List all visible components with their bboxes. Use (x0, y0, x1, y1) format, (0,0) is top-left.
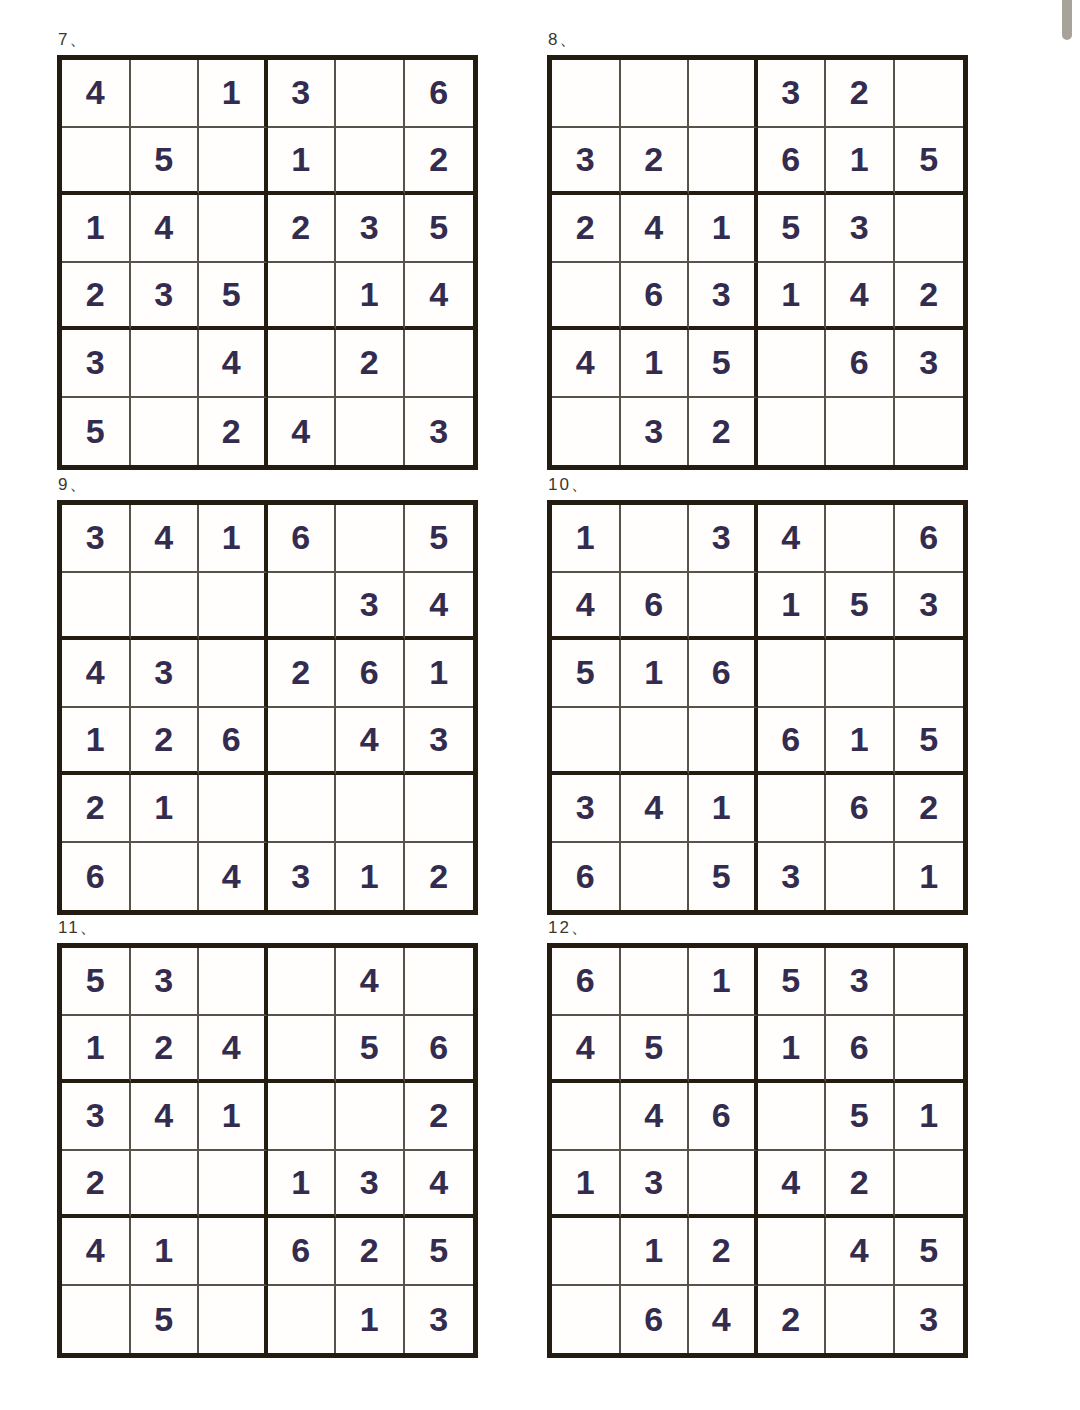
puzzle-11-cell-r2c2: 2 (131, 1016, 200, 1084)
puzzle-9-label: 9、 (58, 475, 478, 496)
puzzle-7-cell-r1c4: 3 (268, 60, 337, 128)
puzzle-12-cell-r4c2: 3 (621, 1151, 690, 1219)
puzzle-9-cell-r6c3: 4 (199, 843, 268, 911)
puzzle-7-cell-r3c5: 3 (336, 195, 405, 263)
puzzle-10-cell-r3c3: 6 (689, 640, 758, 708)
puzzle-8-cell-r2c4: 6 (758, 128, 827, 196)
puzzle-8-cell-r6c3: 2 (689, 398, 758, 466)
puzzle-12-cell-r3c2: 4 (621, 1083, 690, 1151)
puzzle-7: 7、 413651214235235143425243 (57, 30, 478, 470)
puzzle-11-cell-r5c5: 2 (336, 1218, 405, 1286)
puzzle-12-cell-r2c4: 1 (758, 1016, 827, 1084)
puzzle-11-cell-r4c1: 2 (62, 1151, 131, 1219)
puzzle-7-cell-r5c6 (405, 330, 474, 398)
puzzle-8-cell-r2c6: 5 (895, 128, 964, 196)
puzzle-7-cell-r5c2 (131, 330, 200, 398)
puzzle-7-cell-r2c3 (199, 128, 268, 196)
puzzle-11-cell-r2c5: 5 (336, 1016, 405, 1084)
puzzle-7-cell-r2c2: 5 (131, 128, 200, 196)
puzzle-11-cell-r3c4 (268, 1083, 337, 1151)
puzzle-11-cell-r5c3 (199, 1218, 268, 1286)
puzzle-10-cell-r2c6: 3 (895, 573, 964, 641)
puzzle-8-cell-r6c2: 3 (621, 398, 690, 466)
puzzle-9-cell-r6c2 (131, 843, 200, 911)
puzzle-12-cell-r5c5: 4 (826, 1218, 895, 1286)
puzzle-8-cell-r4c5: 4 (826, 263, 895, 331)
puzzle-7-cell-r3c6: 5 (405, 195, 474, 263)
puzzle-12-cell-r2c1: 4 (552, 1016, 621, 1084)
puzzle-10-cell-r4c2 (621, 708, 690, 776)
puzzle-12-cell-r2c2: 5 (621, 1016, 690, 1084)
puzzle-10-cell-r5c6: 2 (895, 775, 964, 843)
puzzle-7-cell-r1c1: 4 (62, 60, 131, 128)
puzzle-12-cell-r6c1 (552, 1286, 621, 1354)
puzzle-10-cell-r6c4: 3 (758, 843, 827, 911)
puzzle-10-cell-r1c2 (621, 505, 690, 573)
puzzle-12-cell-r2c5: 6 (826, 1016, 895, 1084)
puzzle-12-cell-r1c3: 1 (689, 948, 758, 1016)
puzzle-7-cell-r6c3: 2 (199, 398, 268, 466)
puzzle-7-cell-r2c6: 2 (405, 128, 474, 196)
puzzle-10-cell-r6c3: 5 (689, 843, 758, 911)
puzzle-8-label: 8、 (548, 30, 968, 51)
puzzle-10-cell-r5c2: 4 (621, 775, 690, 843)
puzzle-11: 11、 534124563412213441625513 (57, 918, 478, 1358)
puzzle-7-cell-r3c2: 4 (131, 195, 200, 263)
puzzle-12-cell-r1c4: 5 (758, 948, 827, 1016)
puzzle-10-cell-r5c5: 6 (826, 775, 895, 843)
puzzle-11-cell-r5c6: 5 (405, 1218, 474, 1286)
puzzle-10-cell-r3c4 (758, 640, 827, 708)
puzzle-9-cell-r5c4 (268, 775, 337, 843)
puzzle-10-cell-r4c5: 1 (826, 708, 895, 776)
puzzle-10: 10、 134646153516615341626531 (547, 475, 968, 915)
puzzle-12-cell-r3c4 (758, 1083, 827, 1151)
puzzle-8-cell-r5c6: 3 (895, 330, 964, 398)
puzzle-7-cell-r4c2: 3 (131, 263, 200, 331)
puzzle-8-cell-r4c4: 1 (758, 263, 827, 331)
puzzle-10-cell-r2c3 (689, 573, 758, 641)
puzzle-8-cell-r4c3: 3 (689, 263, 758, 331)
puzzle-12-cell-r6c5 (826, 1286, 895, 1354)
puzzle-7-cell-r3c3 (199, 195, 268, 263)
puzzle-11-cell-r4c6: 4 (405, 1151, 474, 1219)
puzzle-7-cell-r1c3: 1 (199, 60, 268, 128)
puzzle-9-cell-r1c4: 6 (268, 505, 337, 573)
puzzle-10-board: 134646153516615341626531 (547, 500, 968, 915)
puzzle-12-cell-r5c2: 1 (621, 1218, 690, 1286)
puzzle-10-cell-r6c1: 6 (552, 843, 621, 911)
puzzle-7-cell-r4c3: 5 (199, 263, 268, 331)
puzzle-11-cell-r6c3 (199, 1286, 268, 1354)
puzzle-11-cell-r1c1: 5 (62, 948, 131, 1016)
puzzle-12-cell-r3c3: 6 (689, 1083, 758, 1151)
puzzle-7-cell-r4c4 (268, 263, 337, 331)
puzzle-11-cell-r1c3 (199, 948, 268, 1016)
puzzle-10-cell-r5c1: 3 (552, 775, 621, 843)
puzzle-11-cell-r3c5 (336, 1083, 405, 1151)
puzzle-12-board: 615345164651134212456423 (547, 943, 968, 1358)
puzzle-10-cell-r1c4: 4 (758, 505, 827, 573)
puzzle-7-cell-r1c2 (131, 60, 200, 128)
puzzle-9-cell-r3c2: 3 (131, 640, 200, 708)
puzzle-11-cell-r5c4: 6 (268, 1218, 337, 1286)
puzzle-12-cell-r2c3 (689, 1016, 758, 1084)
puzzle-11-cell-r4c2 (131, 1151, 200, 1219)
puzzle-9-cell-r4c5: 4 (336, 708, 405, 776)
puzzle-9-cell-r6c6: 2 (405, 843, 474, 911)
puzzle-8-cell-r2c5: 1 (826, 128, 895, 196)
puzzle-8-cell-r4c1 (552, 263, 621, 331)
puzzle-9-cell-r5c2: 1 (131, 775, 200, 843)
puzzle-9-cell-r3c1: 4 (62, 640, 131, 708)
puzzle-8-cell-r4c2: 6 (621, 263, 690, 331)
puzzle-8-cell-r1c3 (689, 60, 758, 128)
puzzle-9-cell-r5c6 (405, 775, 474, 843)
puzzle-12-cell-r5c6: 5 (895, 1218, 964, 1286)
puzzle-8-cell-r3c1: 2 (552, 195, 621, 263)
puzzle-10-cell-r1c3: 3 (689, 505, 758, 573)
puzzle-10-cell-r5c3: 1 (689, 775, 758, 843)
puzzle-8-board: 323261524153631424156332 (547, 55, 968, 470)
puzzle-12-cell-r6c4: 2 (758, 1286, 827, 1354)
puzzle-12-cell-r6c6: 3 (895, 1286, 964, 1354)
puzzle-7-cell-r6c2 (131, 398, 200, 466)
puzzle-10-cell-r1c6: 6 (895, 505, 964, 573)
puzzle-12-cell-r4c5: 2 (826, 1151, 895, 1219)
puzzle-11-cell-r2c1: 1 (62, 1016, 131, 1084)
puzzle-8-cell-r4c6: 2 (895, 263, 964, 331)
puzzle-9-cell-r6c4: 3 (268, 843, 337, 911)
puzzle-11-cell-r2c6: 6 (405, 1016, 474, 1084)
puzzle-11-cell-r4c4: 1 (268, 1151, 337, 1219)
puzzle-11-cell-r6c5: 1 (336, 1286, 405, 1354)
puzzle-12-cell-r1c2 (621, 948, 690, 1016)
puzzle-8-cell-r5c5: 6 (826, 330, 895, 398)
puzzle-9-cell-r1c6: 5 (405, 505, 474, 573)
puzzle-9-cell-r1c1: 3 (62, 505, 131, 573)
puzzle-7-cell-r4c5: 1 (336, 263, 405, 331)
puzzle-12-cell-r3c5: 5 (826, 1083, 895, 1151)
puzzle-7-cell-r1c6: 6 (405, 60, 474, 128)
puzzle-9-cell-r3c6: 1 (405, 640, 474, 708)
puzzle-10-cell-r4c6: 5 (895, 708, 964, 776)
puzzle-10-cell-r6c2 (621, 843, 690, 911)
puzzle-11-cell-r5c2: 1 (131, 1218, 200, 1286)
puzzle-10-cell-r4c4: 6 (758, 708, 827, 776)
puzzle-7-cell-r2c1 (62, 128, 131, 196)
puzzle-7-cell-r2c4: 1 (268, 128, 337, 196)
puzzle-9-cell-r3c3 (199, 640, 268, 708)
puzzle-7-cell-r4c1: 2 (62, 263, 131, 331)
puzzle-12-cell-r2c6 (895, 1016, 964, 1084)
puzzle-11-cell-r1c5: 4 (336, 948, 405, 1016)
puzzle-7-board: 413651214235235143425243 (57, 55, 478, 470)
puzzle-8-cell-r3c4: 5 (758, 195, 827, 263)
puzzle-10-cell-r1c1: 1 (552, 505, 621, 573)
puzzle-8-cell-r6c1 (552, 398, 621, 466)
puzzle-12-cell-r1c5: 3 (826, 948, 895, 1016)
puzzle-11-cell-r4c3 (199, 1151, 268, 1219)
puzzle-8-cell-r6c6 (895, 398, 964, 466)
puzzle-10-cell-r3c1: 5 (552, 640, 621, 708)
puzzle-7-cell-r5c4 (268, 330, 337, 398)
puzzle-10-cell-r5c4 (758, 775, 827, 843)
puzzle-9-cell-r4c1: 1 (62, 708, 131, 776)
puzzle-9-cell-r3c5: 6 (336, 640, 405, 708)
puzzle-9-cell-r3c4: 2 (268, 640, 337, 708)
puzzle-8-cell-r6c5 (826, 398, 895, 466)
puzzle-12-cell-r5c3: 2 (689, 1218, 758, 1286)
puzzle-11-cell-r1c6 (405, 948, 474, 1016)
puzzle-9-cell-r4c6: 3 (405, 708, 474, 776)
puzzle-8-cell-r5c2: 1 (621, 330, 690, 398)
puzzle-8-cell-r2c3 (689, 128, 758, 196)
puzzle-9-cell-r2c6: 4 (405, 573, 474, 641)
puzzle-8: 8、 323261524153631424156332 (547, 30, 968, 470)
puzzle-10-cell-r2c1: 4 (552, 573, 621, 641)
puzzle-11-cell-r3c1: 3 (62, 1083, 131, 1151)
puzzle-9-cell-r5c3 (199, 775, 268, 843)
puzzle-9-cell-r4c3: 6 (199, 708, 268, 776)
puzzle-9-cell-r1c5 (336, 505, 405, 573)
puzzle-12-cell-r4c6 (895, 1151, 964, 1219)
puzzle-9-board: 341653443261126432164312 (57, 500, 478, 915)
puzzle-9: 9、 341653443261126432164312 (57, 475, 478, 915)
puzzle-7-cell-r2c5 (336, 128, 405, 196)
puzzle-11-cell-r3c3: 1 (199, 1083, 268, 1151)
puzzle-10-cell-r4c1 (552, 708, 621, 776)
puzzle-11-cell-r2c3: 4 (199, 1016, 268, 1084)
puzzle-11-cell-r3c2: 4 (131, 1083, 200, 1151)
puzzle-11-label: 11、 (58, 918, 478, 939)
puzzle-8-cell-r6c4 (758, 398, 827, 466)
puzzle-7-cell-r4c6: 4 (405, 263, 474, 331)
puzzle-10-cell-r3c6 (895, 640, 964, 708)
puzzle-7-cell-r6c6: 3 (405, 398, 474, 466)
puzzle-11-cell-r6c6: 3 (405, 1286, 474, 1354)
puzzle-10-label: 10、 (548, 475, 968, 496)
puzzle-11-cell-r4c5: 3 (336, 1151, 405, 1219)
puzzle-9-cell-r2c3 (199, 573, 268, 641)
puzzle-11-cell-r6c1 (62, 1286, 131, 1354)
puzzle-11-cell-r1c2: 3 (131, 948, 200, 1016)
puzzle-9-cell-r4c2: 2 (131, 708, 200, 776)
puzzle-7-cell-r5c5: 2 (336, 330, 405, 398)
puzzle-9-cell-r6c5: 1 (336, 843, 405, 911)
puzzle-12-cell-r3c6: 1 (895, 1083, 964, 1151)
puzzle-10-cell-r2c2: 6 (621, 573, 690, 641)
puzzle-8-cell-r3c5: 3 (826, 195, 895, 263)
puzzle-10-cell-r2c4: 1 (758, 573, 827, 641)
puzzle-7-cell-r5c3: 4 (199, 330, 268, 398)
puzzle-7-cell-r3c1: 1 (62, 195, 131, 263)
puzzle-10-cell-r3c2: 1 (621, 640, 690, 708)
puzzle-9-cell-r5c1: 2 (62, 775, 131, 843)
puzzle-8-cell-r5c4 (758, 330, 827, 398)
puzzle-11-cell-r6c4 (268, 1286, 337, 1354)
puzzle-12-cell-r4c3 (689, 1151, 758, 1219)
puzzle-8-cell-r1c2 (621, 60, 690, 128)
puzzle-8-cell-r2c1: 3 (552, 128, 621, 196)
puzzle-12-cell-r4c1: 1 (552, 1151, 621, 1219)
puzzle-12-cell-r1c6 (895, 948, 964, 1016)
puzzle-8-cell-r1c4: 3 (758, 60, 827, 128)
puzzle-12-cell-r5c1 (552, 1218, 621, 1286)
scrollbar-thumb[interactable] (1062, 0, 1072, 40)
puzzle-8-cell-r3c3: 1 (689, 195, 758, 263)
puzzle-12-cell-r5c4 (758, 1218, 827, 1286)
puzzle-11-cell-r3c6: 2 (405, 1083, 474, 1151)
puzzle-10-cell-r2c5: 5 (826, 573, 895, 641)
puzzle-8-cell-r1c1 (552, 60, 621, 128)
puzzle-9-cell-r2c4 (268, 573, 337, 641)
puzzle-11-cell-r5c1: 4 (62, 1218, 131, 1286)
puzzle-11-board: 534124563412213441625513 (57, 943, 478, 1358)
puzzle-12-cell-r3c1 (552, 1083, 621, 1151)
puzzle-10-cell-r3c5 (826, 640, 895, 708)
puzzle-page: { "game": "sudoku-6x6 (six 6x6 sudoku pu… (0, 0, 1080, 1410)
puzzle-7-cell-r6c4: 4 (268, 398, 337, 466)
puzzle-10-cell-r6c6: 1 (895, 843, 964, 911)
puzzle-9-cell-r1c3: 1 (199, 505, 268, 573)
puzzle-12-cell-r6c3: 4 (689, 1286, 758, 1354)
puzzle-10-cell-r1c5 (826, 505, 895, 573)
puzzle-7-cell-r3c4: 2 (268, 195, 337, 263)
puzzle-12: 12、 615345164651134212456423 (547, 918, 968, 1358)
puzzle-8-cell-r1c6 (895, 60, 964, 128)
puzzle-9-cell-r2c2 (131, 573, 200, 641)
puzzle-7-cell-r5c1: 3 (62, 330, 131, 398)
puzzle-11-cell-r6c2: 5 (131, 1286, 200, 1354)
puzzle-7-cell-r6c5 (336, 398, 405, 466)
puzzle-9-cell-r2c1 (62, 573, 131, 641)
puzzle-8-cell-r1c5: 2 (826, 60, 895, 128)
puzzle-8-cell-r3c6 (895, 195, 964, 263)
puzzle-9-cell-r1c2: 4 (131, 505, 200, 573)
puzzle-9-cell-r4c4 (268, 708, 337, 776)
puzzle-7-label: 7、 (58, 30, 478, 51)
puzzle-10-cell-r4c3 (689, 708, 758, 776)
puzzle-11-cell-r2c4 (268, 1016, 337, 1084)
puzzle-7-cell-r1c5 (336, 60, 405, 128)
puzzle-8-cell-r2c2: 2 (621, 128, 690, 196)
puzzle-12-cell-r6c2: 6 (621, 1286, 690, 1354)
puzzle-11-cell-r1c4 (268, 948, 337, 1016)
puzzle-9-cell-r5c5 (336, 775, 405, 843)
puzzle-10-cell-r6c5 (826, 843, 895, 911)
puzzle-9-cell-r2c5: 3 (336, 573, 405, 641)
puzzle-12-cell-r1c1: 6 (552, 948, 621, 1016)
puzzle-7-cell-r6c1: 5 (62, 398, 131, 466)
puzzle-8-cell-r5c3: 5 (689, 330, 758, 398)
puzzle-8-cell-r3c2: 4 (621, 195, 690, 263)
puzzle-9-cell-r6c1: 6 (62, 843, 131, 911)
puzzle-12-label: 12、 (548, 918, 968, 939)
puzzle-12-cell-r4c4: 4 (758, 1151, 827, 1219)
puzzle-8-cell-r5c1: 4 (552, 330, 621, 398)
